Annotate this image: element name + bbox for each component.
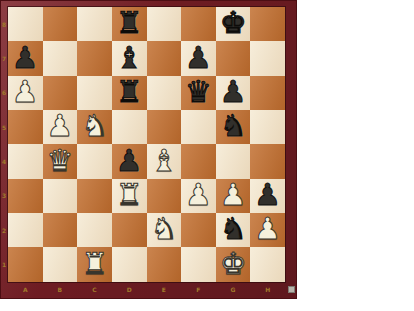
square-f1[interactable]	[181, 247, 216, 281]
square-d7[interactable]: ♝	[112, 41, 147, 75]
piece-white-rook[interactable]: ♜	[81, 249, 108, 279]
square-e3[interactable]	[147, 179, 182, 213]
square-f7[interactable]: ♟	[181, 41, 216, 75]
file-label-e: E	[147, 282, 182, 298]
rank-labels: 87654321	[0, 7, 8, 282]
piece-white-queen[interactable]: ♛	[47, 146, 74, 176]
square-f8[interactable]	[181, 7, 216, 41]
square-h8[interactable]	[250, 7, 285, 41]
square-c5[interactable]: ♞	[77, 110, 112, 144]
square-g4[interactable]	[216, 144, 251, 178]
square-a5[interactable]	[8, 110, 43, 144]
square-h3[interactable]: ♟	[250, 179, 285, 213]
piece-black-queen[interactable]: ♛	[185, 77, 212, 107]
square-f5[interactable]	[181, 110, 216, 144]
square-g5[interactable]: ♞	[216, 110, 251, 144]
square-g6[interactable]: ♟	[216, 76, 251, 110]
piece-black-knight[interactable]: ♞	[220, 214, 247, 244]
rank-label-4: 4	[0, 144, 8, 178]
rank-label-5: 5	[0, 110, 8, 144]
square-c3[interactable]	[77, 179, 112, 213]
piece-white-rook[interactable]: ♜	[116, 180, 143, 210]
square-d8[interactable]: ♜	[112, 7, 147, 41]
square-c2[interactable]	[77, 213, 112, 247]
piece-black-pawn[interactable]: ♟	[116, 146, 143, 176]
square-b5[interactable]: ♟	[43, 110, 78, 144]
corner-marker	[288, 286, 295, 293]
square-e4[interactable]: ♝	[147, 144, 182, 178]
square-g1[interactable]: ♚	[216, 247, 251, 281]
piece-black-knight[interactable]: ♞	[220, 111, 247, 141]
square-e1[interactable]	[147, 247, 182, 281]
square-g7[interactable]	[216, 41, 251, 75]
square-e8[interactable]	[147, 7, 182, 41]
piece-white-knight[interactable]: ♞	[81, 111, 108, 141]
square-c6[interactable]	[77, 76, 112, 110]
square-d4[interactable]: ♟	[112, 144, 147, 178]
square-a8[interactable]	[8, 7, 43, 41]
piece-white-pawn[interactable]: ♟	[12, 77, 39, 107]
file-label-d: D	[112, 282, 147, 298]
rank-label-3: 3	[0, 179, 8, 213]
rank-label-8: 8	[0, 7, 8, 41]
file-labels: ABCDEFGH	[8, 282, 285, 298]
square-e6[interactable]	[147, 76, 182, 110]
piece-black-rook[interactable]: ♜	[116, 77, 143, 107]
square-h7[interactable]	[250, 41, 285, 75]
file-label-f: F	[181, 282, 216, 298]
chess-board-frame: 87654321 ♜♚♟♝♟♟♜♛♟♟♞♞♛♟♝♜♟♟♟♞♞♟♜♚ ABCDEF…	[0, 0, 297, 299]
square-b2[interactable]	[43, 213, 78, 247]
rank-label-1: 1	[0, 247, 8, 281]
piece-black-pawn[interactable]: ♟	[12, 43, 39, 73]
rank-label-2: 2	[0, 213, 8, 247]
square-c7[interactable]	[77, 41, 112, 75]
piece-white-pawn[interactable]: ♟	[254, 214, 281, 244]
file-label-c: C	[77, 282, 112, 298]
piece-black-pawn[interactable]: ♟	[254, 180, 281, 210]
piece-white-king[interactable]: ♚	[220, 249, 247, 279]
square-f2[interactable]	[181, 213, 216, 247]
square-b4[interactable]: ♛	[43, 144, 78, 178]
piece-black-king[interactable]: ♚	[220, 8, 247, 38]
square-c4[interactable]	[77, 144, 112, 178]
square-h1[interactable]	[250, 247, 285, 281]
square-h4[interactable]	[250, 144, 285, 178]
piece-black-rook[interactable]: ♜	[116, 8, 143, 38]
square-d2[interactable]	[112, 213, 147, 247]
square-f3[interactable]: ♟	[181, 179, 216, 213]
square-a4[interactable]	[8, 144, 43, 178]
square-a2[interactable]	[8, 213, 43, 247]
file-label-h: H	[250, 282, 285, 298]
square-g3[interactable]: ♟	[216, 179, 251, 213]
square-g2[interactable]: ♞	[216, 213, 251, 247]
square-a3[interactable]	[8, 179, 43, 213]
square-c1[interactable]: ♜	[77, 247, 112, 281]
rank-label-7: 7	[0, 41, 8, 75]
square-e5[interactable]	[147, 110, 182, 144]
piece-white-pawn[interactable]: ♟	[220, 180, 247, 210]
square-h5[interactable]	[250, 110, 285, 144]
square-a1[interactable]	[8, 247, 43, 281]
piece-white-pawn[interactable]: ♟	[185, 180, 212, 210]
piece-black-bishop[interactable]: ♝	[116, 43, 143, 73]
square-d5[interactable]	[112, 110, 147, 144]
square-e2[interactable]: ♞	[147, 213, 182, 247]
piece-black-pawn[interactable]: ♟	[185, 43, 212, 73]
square-b7[interactable]	[43, 41, 78, 75]
square-b3[interactable]	[43, 179, 78, 213]
square-f6[interactable]: ♛	[181, 76, 216, 110]
square-a6[interactable]: ♟	[8, 76, 43, 110]
piece-white-pawn[interactable]: ♟	[47, 111, 74, 141]
square-b8[interactable]	[43, 7, 78, 41]
file-label-g: G	[216, 282, 251, 298]
rank-label-6: 6	[0, 76, 8, 110]
square-d1[interactable]	[112, 247, 147, 281]
square-c8[interactable]	[77, 7, 112, 41]
square-h6[interactable]	[250, 76, 285, 110]
piece-white-bishop[interactable]: ♝	[150, 146, 177, 176]
square-g8[interactable]: ♚	[216, 7, 251, 41]
square-b6[interactable]	[43, 76, 78, 110]
square-f4[interactable]	[181, 144, 216, 178]
square-b1[interactable]	[43, 247, 78, 281]
chess-board: ♜♚♟♝♟♟♜♛♟♟♞♞♛♟♝♜♟♟♟♞♞♟♜♚	[8, 7, 285, 282]
file-label-a: A	[8, 282, 43, 298]
square-d3[interactable]: ♜	[112, 179, 147, 213]
square-e7[interactable]	[147, 41, 182, 75]
square-d6[interactable]: ♜	[112, 76, 147, 110]
page: { "game": "chess", "position": { "fen": …	[0, 0, 414, 311]
square-h2[interactable]: ♟	[250, 213, 285, 247]
square-a7[interactable]: ♟	[8, 41, 43, 75]
file-label-b: B	[43, 282, 78, 298]
piece-white-knight[interactable]: ♞	[150, 214, 177, 244]
piece-black-pawn[interactable]: ♟	[220, 77, 247, 107]
